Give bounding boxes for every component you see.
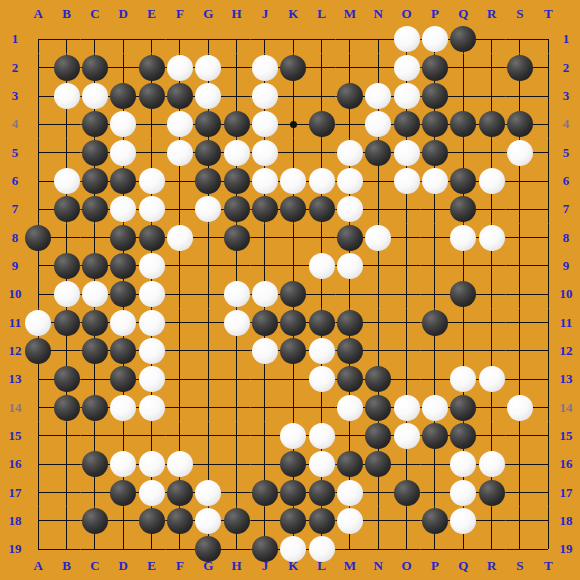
board-cell-N16[interactable]	[364, 450, 392, 478]
board-cell-J13[interactable]	[251, 365, 279, 393]
board-cell-R12[interactable]	[477, 337, 505, 365]
board-cell-D12[interactable]	[109, 337, 137, 365]
board-cell-Q1[interactable]	[449, 25, 477, 53]
board-cell-R4[interactable]	[477, 110, 505, 138]
board-cell-H16[interactable]	[222, 450, 250, 478]
board-cell-S12[interactable]	[506, 337, 534, 365]
board-cell-G5[interactable]	[194, 139, 222, 167]
board-cell-K14[interactable]	[279, 393, 307, 421]
board-cell-K17[interactable]	[279, 478, 307, 506]
board-cell-E17[interactable]	[137, 478, 165, 506]
board-cell-O15[interactable]	[392, 422, 420, 450]
board-cell-J3[interactable]	[251, 82, 279, 110]
board-cell-M16[interactable]	[336, 450, 364, 478]
board-cell-O11[interactable]	[392, 309, 420, 337]
board-cell-O7[interactable]	[392, 195, 420, 223]
board-cell-N5[interactable]	[364, 139, 392, 167]
board-cell-J17[interactable]	[251, 478, 279, 506]
board-cell-P14[interactable]	[421, 393, 449, 421]
board-cell-B10[interactable]	[52, 280, 80, 308]
board-cell-O9[interactable]	[392, 252, 420, 280]
board-cell-R9[interactable]	[477, 252, 505, 280]
board-cell-M7[interactable]	[336, 195, 364, 223]
board-cell-D14[interactable]	[109, 393, 137, 421]
board-cell-B17[interactable]	[52, 478, 80, 506]
board-cell-N2[interactable]	[364, 54, 392, 82]
board-cell-R8[interactable]	[477, 224, 505, 252]
board-cell-F10[interactable]	[166, 280, 194, 308]
board-cell-G18[interactable]	[194, 507, 222, 535]
board-cell-N8[interactable]	[364, 224, 392, 252]
board-cell-B16[interactable]	[52, 450, 80, 478]
board-cell-H5[interactable]	[222, 139, 250, 167]
board-cell-R5[interactable]	[477, 139, 505, 167]
board-cell-B14[interactable]	[52, 393, 80, 421]
board-cell-M17[interactable]	[336, 478, 364, 506]
board-cell-L7[interactable]	[307, 195, 335, 223]
board-cell-S3[interactable]	[506, 82, 534, 110]
board-cell-J18[interactable]	[251, 507, 279, 535]
board-cell-E5[interactable]	[137, 139, 165, 167]
board-cell-S13[interactable]	[506, 365, 534, 393]
board-cell-E12[interactable]	[137, 337, 165, 365]
board-cell-Q9[interactable]	[449, 252, 477, 280]
board-cell-O5[interactable]	[392, 139, 420, 167]
board-cell-D6[interactable]	[109, 167, 137, 195]
board-cell-R17[interactable]	[477, 478, 505, 506]
board-cell-Q5[interactable]	[449, 139, 477, 167]
board-cell-Q17[interactable]	[449, 478, 477, 506]
board-cell-S15[interactable]	[506, 422, 534, 450]
board-cell-K3[interactable]	[279, 82, 307, 110]
board-cell-E14[interactable]	[137, 393, 165, 421]
board-cell-Q11[interactable]	[449, 309, 477, 337]
board-cell-R18[interactable]	[477, 507, 505, 535]
board-cell-E16[interactable]	[137, 450, 165, 478]
board-cell-N14[interactable]	[364, 393, 392, 421]
board-cell-H15[interactable]	[222, 422, 250, 450]
board-cell-Q13[interactable]	[449, 365, 477, 393]
board-cell-H17[interactable]	[222, 478, 250, 506]
board-cell-D11[interactable]	[109, 309, 137, 337]
board-cell-B6[interactable]	[52, 167, 80, 195]
board-cell-O6[interactable]	[392, 167, 420, 195]
board-cell-S16[interactable]	[506, 450, 534, 478]
board-cell-F11[interactable]	[166, 309, 194, 337]
board-cell-S4[interactable]	[506, 110, 534, 138]
board-cell-H4[interactable]	[222, 110, 250, 138]
board-cell-N13[interactable]	[364, 365, 392, 393]
board-cell-G16[interactable]	[194, 450, 222, 478]
board-cell-H6[interactable]	[222, 167, 250, 195]
board-cell-D17[interactable]	[109, 478, 137, 506]
board-cell-J9[interactable]	[251, 252, 279, 280]
board-cell-C17[interactable]	[81, 478, 109, 506]
board-cell-P3[interactable]	[421, 82, 449, 110]
board-cell-J8[interactable]	[251, 224, 279, 252]
board-cell-C14[interactable]	[81, 393, 109, 421]
board-cell-S10[interactable]	[506, 280, 534, 308]
board-cell-O10[interactable]	[392, 280, 420, 308]
board-cell-Q15[interactable]	[449, 422, 477, 450]
board-cell-J10[interactable]	[251, 280, 279, 308]
board-cell-P2[interactable]	[421, 54, 449, 82]
board-cell-S11[interactable]	[506, 309, 534, 337]
board-cell-P17[interactable]	[421, 478, 449, 506]
board-cell-F2[interactable]	[166, 54, 194, 82]
board-cell-O17[interactable]	[392, 478, 420, 506]
board-cell-O18[interactable]	[392, 507, 420, 535]
board-cell-C1[interactable]	[81, 25, 109, 53]
board-cell-L2[interactable]	[307, 54, 335, 82]
board-cell-P18[interactable]	[421, 507, 449, 535]
board-cell-P5[interactable]	[421, 139, 449, 167]
board-cell-J4[interactable]	[251, 110, 279, 138]
board-cell-B2[interactable]	[52, 54, 80, 82]
board-cell-G9[interactable]	[194, 252, 222, 280]
board-cell-M1[interactable]	[336, 25, 364, 53]
board-cell-Q6[interactable]	[449, 167, 477, 195]
board-cell-H3[interactable]	[222, 82, 250, 110]
board-cell-K11[interactable]	[279, 309, 307, 337]
board-cell-G4[interactable]	[194, 110, 222, 138]
board-cell-H2[interactable]	[222, 54, 250, 82]
board-cell-K18[interactable]	[279, 507, 307, 535]
board-cell-E1[interactable]	[137, 25, 165, 53]
board-cell-D9[interactable]	[109, 252, 137, 280]
board-cell-P8[interactable]	[421, 224, 449, 252]
board-cell-P11[interactable]	[421, 309, 449, 337]
board-cell-H11[interactable]	[222, 309, 250, 337]
board-cell-H18[interactable]	[222, 507, 250, 535]
board-cell-M18[interactable]	[336, 507, 364, 535]
board-cell-E13[interactable]	[137, 365, 165, 393]
board-cell-C6[interactable]	[81, 167, 109, 195]
board-cell-C2[interactable]	[81, 54, 109, 82]
board-cell-N4[interactable]	[364, 110, 392, 138]
board-cell-F18[interactable]	[166, 507, 194, 535]
board-cell-L11[interactable]	[307, 309, 335, 337]
board-cell-K15[interactable]	[279, 422, 307, 450]
board-cell-G13[interactable]	[194, 365, 222, 393]
board-cell-K2[interactable]	[279, 54, 307, 82]
board-cell-N15[interactable]	[364, 422, 392, 450]
board-cell-D18[interactable]	[109, 507, 137, 535]
board-cell-M2[interactable]	[336, 54, 364, 82]
board-cell-Q12[interactable]	[449, 337, 477, 365]
board-cell-F15[interactable]	[166, 422, 194, 450]
board-cell-F3[interactable]	[166, 82, 194, 110]
board-cell-M6[interactable]	[336, 167, 364, 195]
board-cell-Q10[interactable]	[449, 280, 477, 308]
board-cell-K4[interactable]	[279, 110, 307, 138]
board-cell-E4[interactable]	[137, 110, 165, 138]
board-cell-B12[interactable]	[52, 337, 80, 365]
board-cell-J11[interactable]	[251, 309, 279, 337]
board-cell-G11[interactable]	[194, 309, 222, 337]
board-cell-R1[interactable]	[477, 25, 505, 53]
board-cell-F7[interactable]	[166, 195, 194, 223]
board-cell-B11[interactable]	[52, 309, 80, 337]
board-cell-B4[interactable]	[52, 110, 80, 138]
board-cell-P13[interactable]	[421, 365, 449, 393]
board-cell-C13[interactable]	[81, 365, 109, 393]
board-cell-C12[interactable]	[81, 337, 109, 365]
board-cell-M5[interactable]	[336, 139, 364, 167]
board-cell-S18[interactable]	[506, 507, 534, 535]
board-cell-B15[interactable]	[52, 422, 80, 450]
board-cell-O1[interactable]	[392, 25, 420, 53]
board-cell-D7[interactable]	[109, 195, 137, 223]
board-cell-R11[interactable]	[477, 309, 505, 337]
board-cell-S1[interactable]	[506, 25, 534, 53]
board-cell-K16[interactable]	[279, 450, 307, 478]
board-cell-K6[interactable]	[279, 167, 307, 195]
board-cell-R14[interactable]	[477, 393, 505, 421]
board-cell-N17[interactable]	[364, 478, 392, 506]
board-cell-D15[interactable]	[109, 422, 137, 450]
board-cell-F17[interactable]	[166, 478, 194, 506]
board-cell-L6[interactable]	[307, 167, 335, 195]
board-cell-E15[interactable]	[137, 422, 165, 450]
board-cell-F12[interactable]	[166, 337, 194, 365]
board-cell-L16[interactable]	[307, 450, 335, 478]
board-cell-B1[interactable]	[52, 25, 80, 53]
board-cell-Q7[interactable]	[449, 195, 477, 223]
board-cell-L12[interactable]	[307, 337, 335, 365]
board-cell-M8[interactable]	[336, 224, 364, 252]
board-cell-F1[interactable]	[166, 25, 194, 53]
board-cell-H13[interactable]	[222, 365, 250, 393]
board-cell-G2[interactable]	[194, 54, 222, 82]
board-cell-G3[interactable]	[194, 82, 222, 110]
board-cell-E10[interactable]	[137, 280, 165, 308]
board-cell-R10[interactable]	[477, 280, 505, 308]
board-cell-E18[interactable]	[137, 507, 165, 535]
board-cell-J7[interactable]	[251, 195, 279, 223]
board-cell-K5[interactable]	[279, 139, 307, 167]
board-cell-J5[interactable]	[251, 139, 279, 167]
board-cell-O14[interactable]	[392, 393, 420, 421]
board-cell-R13[interactable]	[477, 365, 505, 393]
board-cell-H12[interactable]	[222, 337, 250, 365]
board-cell-L3[interactable]	[307, 82, 335, 110]
board-cell-S6[interactable]	[506, 167, 534, 195]
board-cell-N1[interactable]	[364, 25, 392, 53]
board-cell-L1[interactable]	[307, 25, 335, 53]
board-cell-R3[interactable]	[477, 82, 505, 110]
board-cell-N9[interactable]	[364, 252, 392, 280]
board-cell-D13[interactable]	[109, 365, 137, 393]
board-cell-K12[interactable]	[279, 337, 307, 365]
board-cell-K10[interactable]	[279, 280, 307, 308]
board-cell-N3[interactable]	[364, 82, 392, 110]
board-cell-M10[interactable]	[336, 280, 364, 308]
board-cell-G6[interactable]	[194, 167, 222, 195]
board-cell-D5[interactable]	[109, 139, 137, 167]
board-cell-R2[interactable]	[477, 54, 505, 82]
board-cell-M4[interactable]	[336, 110, 364, 138]
board-cell-G14[interactable]	[194, 393, 222, 421]
board-cell-C10[interactable]	[81, 280, 109, 308]
board-cell-C5[interactable]	[81, 139, 109, 167]
board-cell-O2[interactable]	[392, 54, 420, 82]
board-cell-Q4[interactable]	[449, 110, 477, 138]
board-cell-N6[interactable]	[364, 167, 392, 195]
board-cell-L5[interactable]	[307, 139, 335, 167]
board-cell-B3[interactable]	[52, 82, 80, 110]
board-cell-B18[interactable]	[52, 507, 80, 535]
board-cell-H8[interactable]	[222, 224, 250, 252]
board-cell-C15[interactable]	[81, 422, 109, 450]
board-cell-P10[interactable]	[421, 280, 449, 308]
board-cell-Q14[interactable]	[449, 393, 477, 421]
board-cell-Q3[interactable]	[449, 82, 477, 110]
board-cell-O16[interactable]	[392, 450, 420, 478]
board-cell-C9[interactable]	[81, 252, 109, 280]
board-cell-J1[interactable]	[251, 25, 279, 53]
board-cell-N10[interactable]	[364, 280, 392, 308]
board-cell-G7[interactable]	[194, 195, 222, 223]
board-cell-G8[interactable]	[194, 224, 222, 252]
board-cell-L9[interactable]	[307, 252, 335, 280]
board-cell-O12[interactable]	[392, 337, 420, 365]
board-cell-M9[interactable]	[336, 252, 364, 280]
board-cell-P16[interactable]	[421, 450, 449, 478]
board-cell-S2[interactable]	[506, 54, 534, 82]
board-cell-C8[interactable]	[81, 224, 109, 252]
board-cell-S5[interactable]	[506, 139, 534, 167]
board-cell-M3[interactable]	[336, 82, 364, 110]
board-cell-L18[interactable]	[307, 507, 335, 535]
board-cell-E8[interactable]	[137, 224, 165, 252]
board-cell-F14[interactable]	[166, 393, 194, 421]
board-cell-J6[interactable]	[251, 167, 279, 195]
board-cell-M14[interactable]	[336, 393, 364, 421]
board-cell-E9[interactable]	[137, 252, 165, 280]
board-cell-P9[interactable]	[421, 252, 449, 280]
board-cell-S9[interactable]	[506, 252, 534, 280]
board-cell-N11[interactable]	[364, 309, 392, 337]
board-cell-K13[interactable]	[279, 365, 307, 393]
board-cell-J15[interactable]	[251, 422, 279, 450]
board-cell-B7[interactable]	[52, 195, 80, 223]
board-cell-K9[interactable]	[279, 252, 307, 280]
board-cell-J2[interactable]	[251, 54, 279, 82]
board-cell-L13[interactable]	[307, 365, 335, 393]
board-cell-P4[interactable]	[421, 110, 449, 138]
board-cell-F5[interactable]	[166, 139, 194, 167]
board-cell-E3[interactable]	[137, 82, 165, 110]
board-cell-E7[interactable]	[137, 195, 165, 223]
board-cell-P15[interactable]	[421, 422, 449, 450]
board-cell-B13[interactable]	[52, 365, 80, 393]
board-cell-G15[interactable]	[194, 422, 222, 450]
board-cell-R6[interactable]	[477, 167, 505, 195]
board-cell-N18[interactable]	[364, 507, 392, 535]
board-cell-L14[interactable]	[307, 393, 335, 421]
board-cell-J16[interactable]	[251, 450, 279, 478]
board-cell-M11[interactable]	[336, 309, 364, 337]
board-cell-F8[interactable]	[166, 224, 194, 252]
board-cell-R16[interactable]	[477, 450, 505, 478]
board-cell-L15[interactable]	[307, 422, 335, 450]
board-cell-H1[interactable]	[222, 25, 250, 53]
board-cell-P7[interactable]	[421, 195, 449, 223]
board-cell-D10[interactable]	[109, 280, 137, 308]
board-cell-O13[interactable]	[392, 365, 420, 393]
board-cell-K8[interactable]	[279, 224, 307, 252]
board-cell-D2[interactable]	[109, 54, 137, 82]
board-cell-H9[interactable]	[222, 252, 250, 280]
board-cell-C16[interactable]	[81, 450, 109, 478]
board-cell-F6[interactable]	[166, 167, 194, 195]
board-cell-E6[interactable]	[137, 167, 165, 195]
board-cell-O8[interactable]	[392, 224, 420, 252]
board-cell-M15[interactable]	[336, 422, 364, 450]
board-cell-G12[interactable]	[194, 337, 222, 365]
board-cell-D4[interactable]	[109, 110, 137, 138]
board-cell-P12[interactable]	[421, 337, 449, 365]
board-cell-Q16[interactable]	[449, 450, 477, 478]
board-cell-Q18[interactable]	[449, 507, 477, 535]
board-cell-C3[interactable]	[81, 82, 109, 110]
board-cell-J12[interactable]	[251, 337, 279, 365]
board-cell-K1[interactable]	[279, 25, 307, 53]
board-cell-O3[interactable]	[392, 82, 420, 110]
board-cell-F16[interactable]	[166, 450, 194, 478]
board-cell-G17[interactable]	[194, 478, 222, 506]
board-cell-L10[interactable]	[307, 280, 335, 308]
board-cell-H10[interactable]	[222, 280, 250, 308]
board-cell-F4[interactable]	[166, 110, 194, 138]
board-cell-R15[interactable]	[477, 422, 505, 450]
board-cell-B9[interactable]	[52, 252, 80, 280]
board-cell-H14[interactable]	[222, 393, 250, 421]
board-cell-P6[interactable]	[421, 167, 449, 195]
board-cell-D1[interactable]	[109, 25, 137, 53]
board-cell-L4[interactable]	[307, 110, 335, 138]
board-cell-H7[interactable]	[222, 195, 250, 223]
board-cell-G10[interactable]	[194, 280, 222, 308]
board-cell-S7[interactable]	[506, 195, 534, 223]
board-cell-Q2[interactable]	[449, 54, 477, 82]
board-cell-L17[interactable]	[307, 478, 335, 506]
board-cell-D3[interactable]	[109, 82, 137, 110]
board-cell-D8[interactable]	[109, 224, 137, 252]
board-cell-C11[interactable]	[81, 309, 109, 337]
board-cell-C18[interactable]	[81, 507, 109, 535]
board-cell-S17[interactable]	[506, 478, 534, 506]
board-cell-K7[interactable]	[279, 195, 307, 223]
board-cell-D16[interactable]	[109, 450, 137, 478]
board-cell-G1[interactable]	[194, 25, 222, 53]
board-cell-M12[interactable]	[336, 337, 364, 365]
board-cell-N7[interactable]	[364, 195, 392, 223]
board-cell-L8[interactable]	[307, 224, 335, 252]
board-cell-J14[interactable]	[251, 393, 279, 421]
board-cell-S14[interactable]	[506, 393, 534, 421]
board-cell-O4[interactable]	[392, 110, 420, 138]
board-cell-B8[interactable]	[52, 224, 80, 252]
board-cell-Q8[interactable]	[449, 224, 477, 252]
board-cell-C7[interactable]	[81, 195, 109, 223]
board-cell-F13[interactable]	[166, 365, 194, 393]
board-cell-F9[interactable]	[166, 252, 194, 280]
board-cell-N12[interactable]	[364, 337, 392, 365]
board-cell-S8[interactable]	[506, 224, 534, 252]
board-cell-E11[interactable]	[137, 309, 165, 337]
